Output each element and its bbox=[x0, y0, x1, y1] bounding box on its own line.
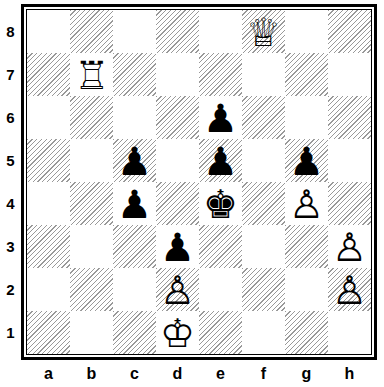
rank-label-5: 5 bbox=[0, 139, 21, 182]
file-labels: abcdefgh bbox=[21, 360, 377, 387]
square-g6[interactable] bbox=[285, 96, 328, 139]
square-b3[interactable] bbox=[70, 225, 113, 268]
square-h6[interactable] bbox=[328, 96, 371, 139]
square-f8[interactable]: ♕ bbox=[242, 10, 285, 53]
square-e3[interactable] bbox=[199, 225, 242, 268]
piece-black-pawn[interactable]: ♟ bbox=[203, 140, 238, 183]
square-g7[interactable] bbox=[285, 53, 328, 96]
square-g3[interactable] bbox=[285, 225, 328, 268]
square-b6[interactable] bbox=[70, 96, 113, 139]
rank-labels: 87654321 bbox=[0, 4, 21, 360]
square-b4[interactable] bbox=[70, 182, 113, 225]
piece-black-pawn[interactable]: ♟ bbox=[117, 183, 152, 226]
square-a5[interactable] bbox=[27, 139, 70, 182]
square-e8[interactable] bbox=[199, 10, 242, 53]
file-label-a: a bbox=[27, 360, 70, 387]
square-e5[interactable]: ♟ bbox=[199, 139, 242, 182]
square-h2[interactable]: ♙ bbox=[328, 268, 371, 311]
file-label-b: b bbox=[70, 360, 113, 387]
square-d5[interactable] bbox=[156, 139, 199, 182]
square-e2[interactable] bbox=[199, 268, 242, 311]
file-label-f: f bbox=[242, 360, 285, 387]
square-b8[interactable] bbox=[70, 10, 113, 53]
square-g2[interactable] bbox=[285, 268, 328, 311]
file-label-d: d bbox=[156, 360, 199, 387]
square-h4[interactable] bbox=[328, 182, 371, 225]
rank-label-2: 2 bbox=[0, 268, 21, 311]
piece-black-pawn[interactable]: ♟ bbox=[289, 140, 324, 183]
rank-label-8: 8 bbox=[0, 10, 21, 53]
square-h7[interactable] bbox=[328, 53, 371, 96]
rank-label-3: 3 bbox=[0, 225, 21, 268]
square-a2[interactable] bbox=[27, 268, 70, 311]
square-a3[interactable] bbox=[27, 225, 70, 268]
square-c1[interactable] bbox=[113, 311, 156, 354]
square-a6[interactable] bbox=[27, 96, 70, 139]
square-e6[interactable]: ♟ bbox=[199, 96, 242, 139]
piece-white-queen[interactable]: ♕ bbox=[246, 11, 281, 54]
piece-white-pawn[interactable]: ♙ bbox=[289, 183, 324, 226]
square-b2[interactable] bbox=[70, 268, 113, 311]
square-d8[interactable] bbox=[156, 10, 199, 53]
square-h1[interactable] bbox=[328, 311, 371, 354]
square-f2[interactable] bbox=[242, 268, 285, 311]
square-f7[interactable] bbox=[242, 53, 285, 96]
square-a8[interactable] bbox=[27, 10, 70, 53]
square-d2[interactable]: ♙ bbox=[156, 268, 199, 311]
piece-white-pawn[interactable]: ♙ bbox=[332, 226, 367, 269]
square-f1[interactable] bbox=[242, 311, 285, 354]
square-a7[interactable] bbox=[27, 53, 70, 96]
square-b5[interactable] bbox=[70, 139, 113, 182]
square-c8[interactable] bbox=[113, 10, 156, 53]
square-g8[interactable] bbox=[285, 10, 328, 53]
square-h5[interactable] bbox=[328, 139, 371, 182]
piece-black-pawn[interactable]: ♟ bbox=[160, 226, 195, 269]
square-g4[interactable]: ♙ bbox=[285, 182, 328, 225]
file-label-e: e bbox=[199, 360, 242, 387]
square-d3[interactable]: ♟ bbox=[156, 225, 199, 268]
chess-board: ♕♖♟♟♟♟♟♚♙♟♙♙♙♔ bbox=[26, 9, 372, 355]
square-f4[interactable] bbox=[242, 182, 285, 225]
piece-white-rook[interactable]: ♖ bbox=[74, 54, 109, 97]
square-c4[interactable]: ♟ bbox=[113, 182, 156, 225]
piece-white-pawn[interactable]: ♙ bbox=[160, 269, 195, 312]
square-d6[interactable] bbox=[156, 96, 199, 139]
square-c3[interactable] bbox=[113, 225, 156, 268]
square-e7[interactable] bbox=[199, 53, 242, 96]
square-f3[interactable] bbox=[242, 225, 285, 268]
square-e4[interactable]: ♚ bbox=[199, 182, 242, 225]
file-label-h: h bbox=[328, 360, 371, 387]
square-h8[interactable] bbox=[328, 10, 371, 53]
rank-label-1: 1 bbox=[0, 311, 21, 354]
rank-label-4: 4 bbox=[0, 182, 21, 225]
square-f5[interactable] bbox=[242, 139, 285, 182]
square-c6[interactable] bbox=[113, 96, 156, 139]
square-h3[interactable]: ♙ bbox=[328, 225, 371, 268]
chess-diagram: 87654321 ♕♖♟♟♟♟♟♚♙♟♙♙♙♔ abcdefgh bbox=[0, 0, 377, 387]
square-e1[interactable] bbox=[199, 311, 242, 354]
square-a1[interactable] bbox=[27, 311, 70, 354]
square-d1[interactable]: ♔ bbox=[156, 311, 199, 354]
square-g5[interactable]: ♟ bbox=[285, 139, 328, 182]
square-d4[interactable] bbox=[156, 182, 199, 225]
file-label-c: c bbox=[113, 360, 156, 387]
square-c7[interactable] bbox=[113, 53, 156, 96]
square-a4[interactable] bbox=[27, 182, 70, 225]
piece-white-king[interactable]: ♔ bbox=[160, 312, 195, 355]
square-g1[interactable] bbox=[285, 311, 328, 354]
square-b1[interactable] bbox=[70, 311, 113, 354]
piece-black-pawn[interactable]: ♟ bbox=[203, 97, 238, 140]
square-c2[interactable] bbox=[113, 268, 156, 311]
piece-white-pawn[interactable]: ♙ bbox=[332, 269, 367, 312]
piece-black-king[interactable]: ♚ bbox=[203, 183, 238, 226]
square-d7[interactable] bbox=[156, 53, 199, 96]
rank-label-6: 6 bbox=[0, 96, 21, 139]
rank-label-7: 7 bbox=[0, 53, 21, 96]
file-label-g: g bbox=[285, 360, 328, 387]
square-f6[interactable] bbox=[242, 96, 285, 139]
board-frame: ♕♖♟♟♟♟♟♚♙♟♙♙♙♔ bbox=[21, 4, 377, 360]
square-c5[interactable]: ♟ bbox=[113, 139, 156, 182]
piece-black-pawn[interactable]: ♟ bbox=[117, 140, 152, 183]
square-b7[interactable]: ♖ bbox=[70, 53, 113, 96]
